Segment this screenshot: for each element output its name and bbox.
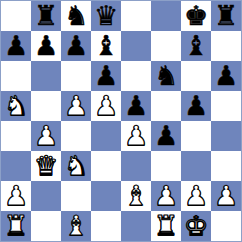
piece-black-king[interactable]: ♚ (181, 1, 211, 31)
piece-white-pawn[interactable]: ♟ (121, 121, 151, 151)
piece-black-queen[interactable]: ♛ (91, 1, 121, 31)
piece-black-pawn[interactable]: ♟ (151, 121, 181, 151)
piece-black-pawn[interactable]: ♟ (31, 31, 61, 61)
square-e2[interactable]: ♝ (121, 181, 151, 211)
square-b4[interactable]: ♟ (31, 121, 61, 151)
piece-white-knight[interactable]: ♞ (1, 91, 31, 121)
chess-board-container: ♜♞♛♚♜♟♟♟♝♝♟♞♟♞♟♟♟♟♟♟♟♛♞♟♝♟♟♟♜♝♜♚ (0, 0, 242, 242)
square-h8[interactable]: ♜ (211, 1, 241, 31)
piece-white-pawn[interactable]: ♟ (211, 181, 241, 211)
piece-white-rook[interactable]: ♜ (1, 211, 31, 241)
square-g3[interactable] (181, 151, 211, 181)
square-e5[interactable]: ♟ (121, 91, 151, 121)
square-f1[interactable]: ♜ (151, 211, 181, 241)
piece-white-bishop[interactable]: ♝ (121, 181, 151, 211)
square-h1[interactable] (211, 211, 241, 241)
square-f6[interactable]: ♞ (151, 61, 181, 91)
square-e7[interactable] (121, 31, 151, 61)
square-a6[interactable] (1, 61, 31, 91)
square-h2[interactable]: ♟ (211, 181, 241, 211)
square-d7[interactable]: ♝ (91, 31, 121, 61)
square-c4[interactable] (61, 121, 91, 151)
square-e4[interactable]: ♟ (121, 121, 151, 151)
piece-black-pawn[interactable]: ♟ (181, 91, 211, 121)
square-f4[interactable]: ♟ (151, 121, 181, 151)
square-g5[interactable]: ♟ (181, 91, 211, 121)
square-h5[interactable] (211, 91, 241, 121)
square-b5[interactable] (31, 91, 61, 121)
square-e8[interactable] (121, 1, 151, 31)
square-e3[interactable] (121, 151, 151, 181)
square-f5[interactable] (151, 91, 181, 121)
square-h3[interactable] (211, 151, 241, 181)
piece-black-rook[interactable]: ♜ (31, 1, 61, 31)
square-a3[interactable] (1, 151, 31, 181)
square-f8[interactable] (151, 1, 181, 31)
piece-black-pawn[interactable]: ♟ (1, 31, 31, 61)
piece-white-pawn[interactable]: ♟ (151, 181, 181, 211)
square-d4[interactable] (91, 121, 121, 151)
square-g8[interactable]: ♚ (181, 1, 211, 31)
square-f7[interactable] (151, 31, 181, 61)
piece-white-pawn[interactable]: ♟ (181, 181, 211, 211)
piece-black-knight[interactable]: ♞ (151, 61, 181, 91)
square-c3[interactable]: ♞ (61, 151, 91, 181)
square-d8[interactable]: ♛ (91, 1, 121, 31)
square-h4[interactable] (211, 121, 241, 151)
square-g4[interactable] (181, 121, 211, 151)
square-b1[interactable] (31, 211, 61, 241)
square-b6[interactable] (31, 61, 61, 91)
square-c2[interactable] (61, 181, 91, 211)
square-c7[interactable]: ♟ (61, 31, 91, 61)
square-b2[interactable] (31, 181, 61, 211)
square-b7[interactable]: ♟ (31, 31, 61, 61)
square-b3[interactable]: ♛ (31, 151, 61, 181)
square-c5[interactable]: ♟ (61, 91, 91, 121)
piece-white-queen[interactable]: ♛ (31, 151, 61, 181)
piece-white-rook[interactable]: ♜ (151, 211, 181, 241)
piece-black-bishop[interactable]: ♝ (91, 31, 121, 61)
square-d1[interactable] (91, 211, 121, 241)
piece-white-pawn[interactable]: ♟ (61, 91, 91, 121)
square-g7[interactable]: ♝ (181, 31, 211, 61)
piece-black-rook[interactable]: ♜ (211, 1, 241, 31)
square-g1[interactable]: ♚ (181, 211, 211, 241)
chess-board: ♜♞♛♚♜♟♟♟♝♝♟♞♟♞♟♟♟♟♟♟♟♛♞♟♝♟♟♟♜♝♜♚ (0, 0, 242, 242)
piece-black-pawn[interactable]: ♟ (211, 61, 241, 91)
square-a7[interactable]: ♟ (1, 31, 31, 61)
square-h7[interactable] (211, 31, 241, 61)
square-a1[interactable]: ♜ (1, 211, 31, 241)
square-g6[interactable] (181, 61, 211, 91)
square-a2[interactable]: ♟ (1, 181, 31, 211)
square-g2[interactable]: ♟ (181, 181, 211, 211)
piece-black-pawn[interactable]: ♟ (91, 61, 121, 91)
square-d5[interactable]: ♟ (91, 91, 121, 121)
square-h6[interactable]: ♟ (211, 61, 241, 91)
piece-white-king[interactable]: ♚ (181, 211, 211, 241)
piece-white-knight[interactable]: ♞ (61, 151, 91, 181)
square-c1[interactable]: ♝ (61, 211, 91, 241)
square-e1[interactable] (121, 211, 151, 241)
piece-white-bishop[interactable]: ♝ (61, 211, 91, 241)
piece-white-pawn[interactable]: ♟ (1, 181, 31, 211)
piece-black-pawn[interactable]: ♟ (61, 31, 91, 61)
square-f3[interactable] (151, 151, 181, 181)
square-d6[interactable]: ♟ (91, 61, 121, 91)
square-a4[interactable] (1, 121, 31, 151)
square-e6[interactable] (121, 61, 151, 91)
piece-black-pawn[interactable]: ♟ (121, 91, 151, 121)
square-a5[interactable]: ♞ (1, 91, 31, 121)
square-f2[interactable]: ♟ (151, 181, 181, 211)
piece-white-pawn[interactable]: ♟ (31, 121, 61, 151)
square-d2[interactable] (91, 181, 121, 211)
piece-white-pawn[interactable]: ♟ (91, 91, 121, 121)
piece-black-knight[interactable]: ♞ (61, 1, 91, 31)
square-c8[interactable]: ♞ (61, 1, 91, 31)
piece-black-bishop[interactable]: ♝ (181, 31, 211, 61)
square-a8[interactable] (1, 1, 31, 31)
square-c6[interactable] (61, 61, 91, 91)
square-b8[interactable]: ♜ (31, 1, 61, 31)
square-d3[interactable] (91, 151, 121, 181)
